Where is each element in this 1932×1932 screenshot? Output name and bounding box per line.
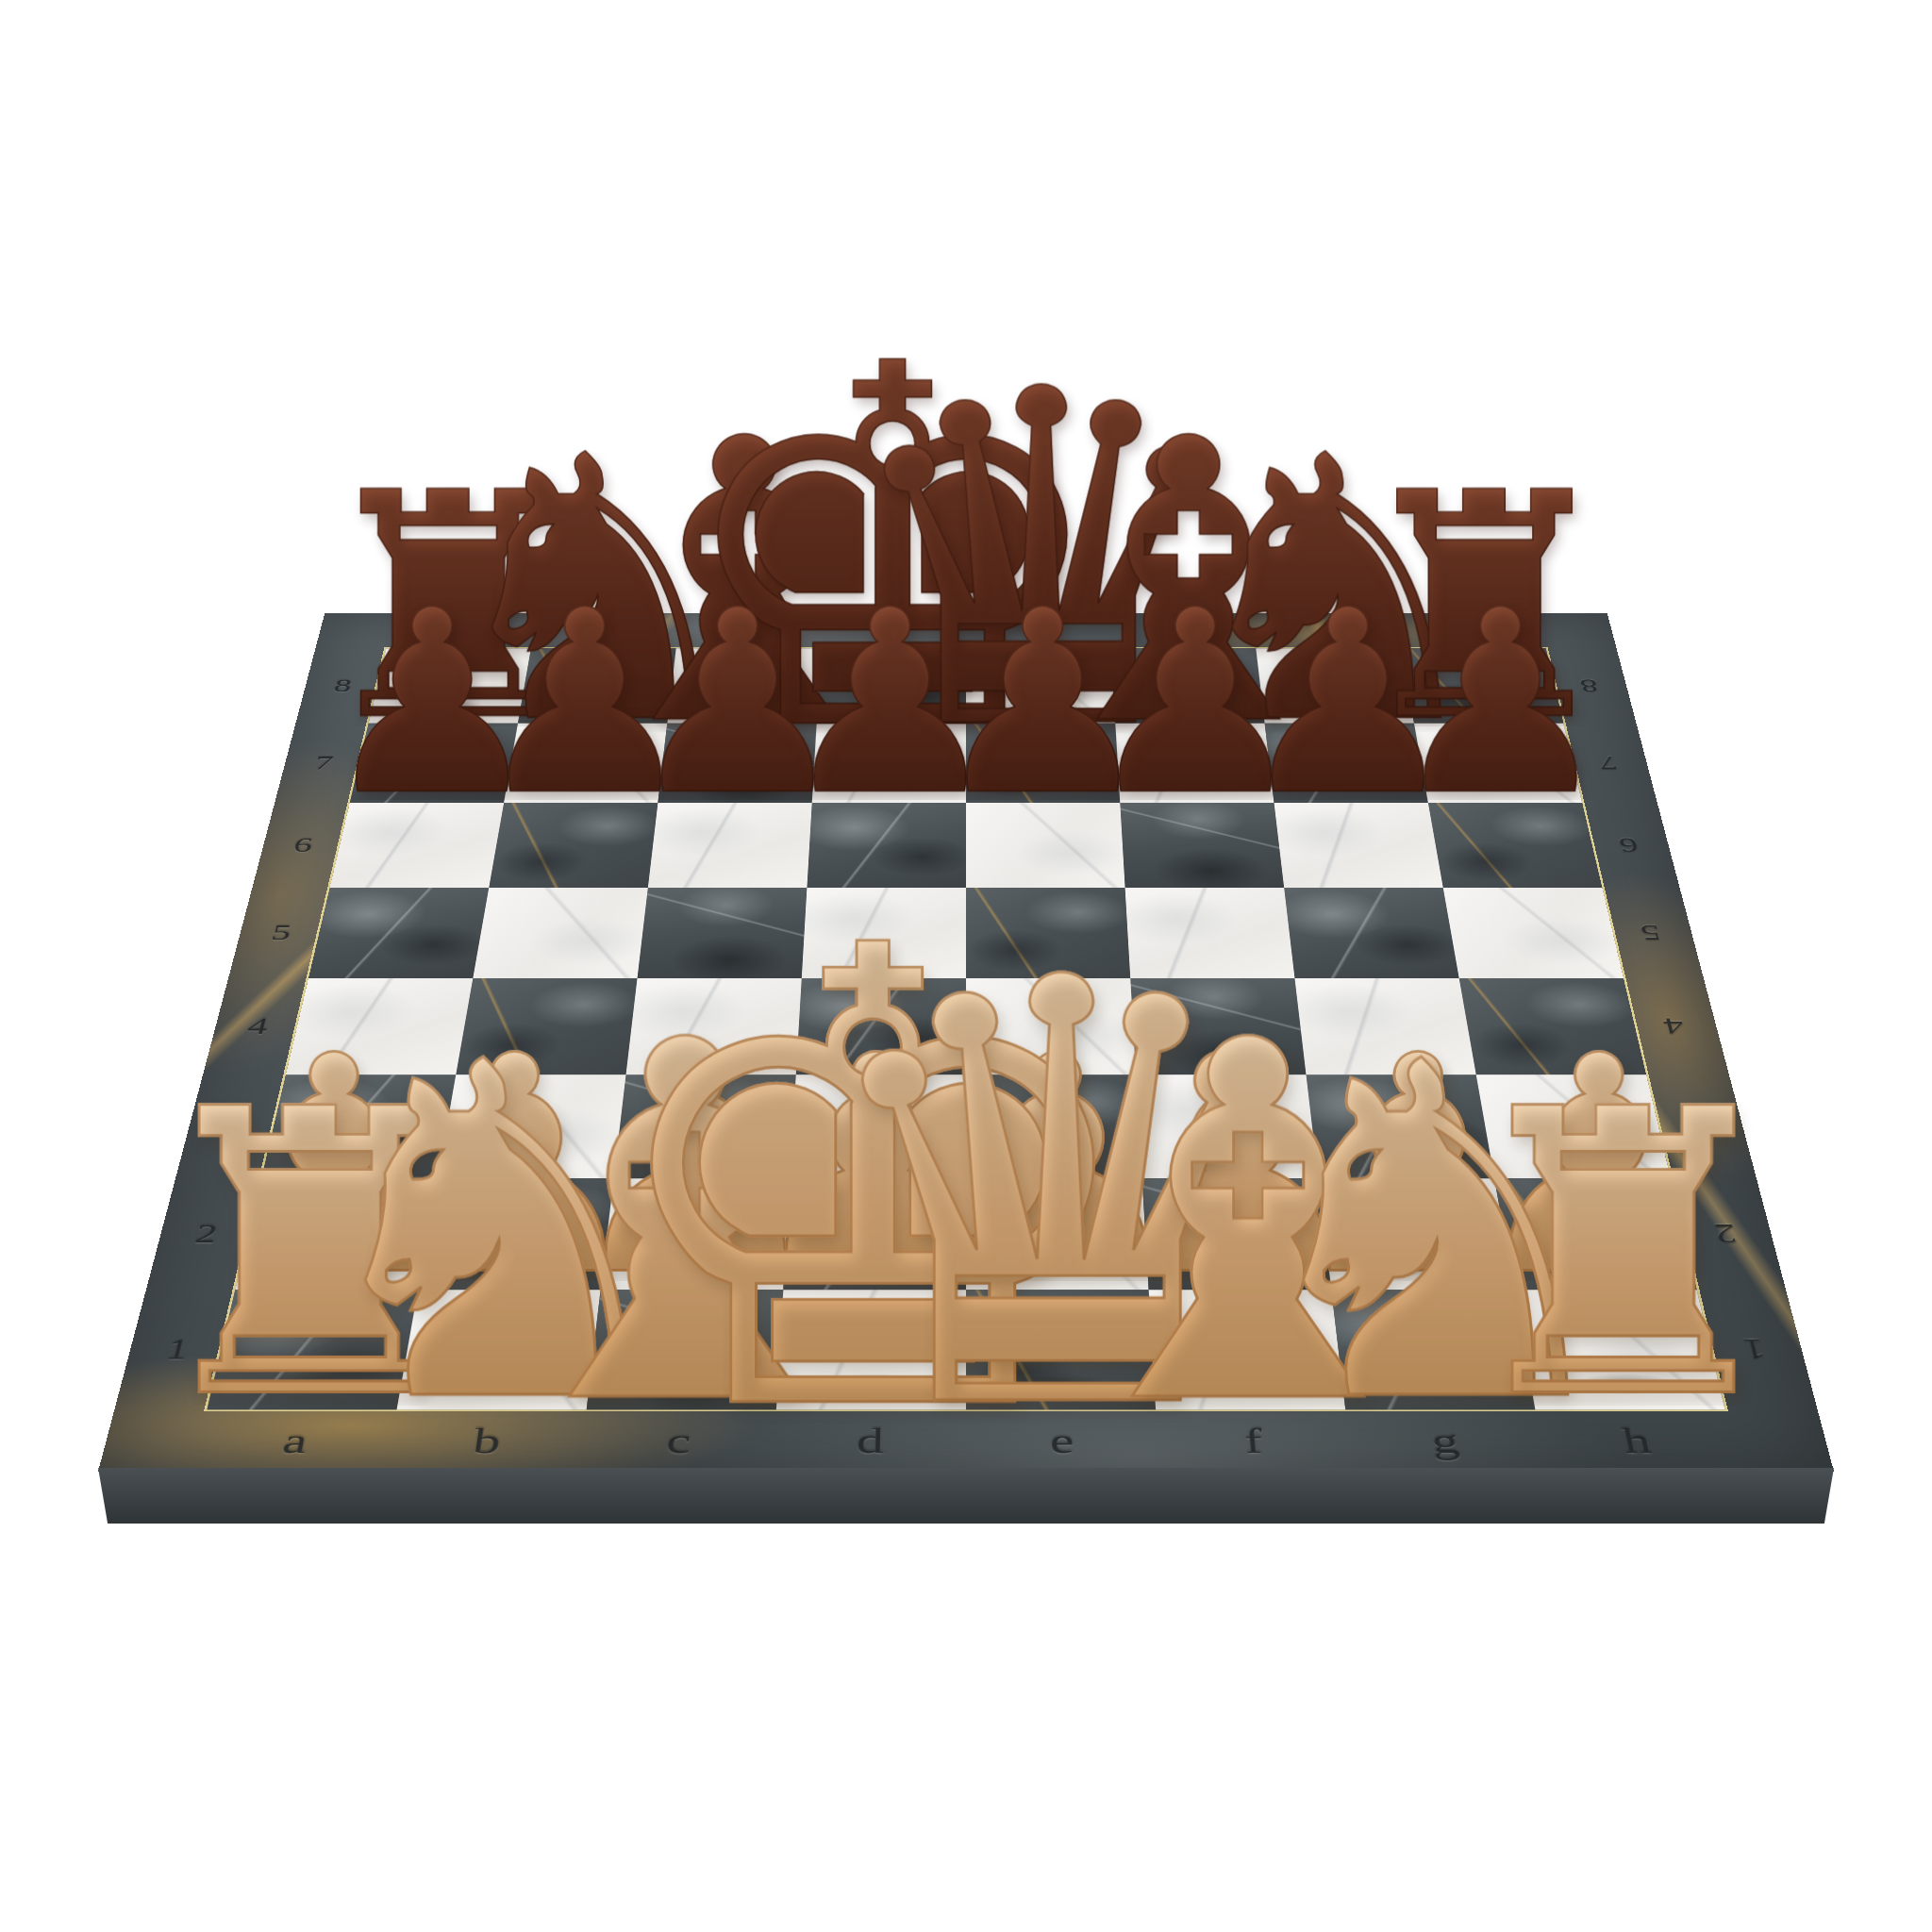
playfield: ♜♞♝♚♛♝♞♜♟♟♟♟♟♟♟♟♟♟♟♟♟♟♟♟♜♞♝♚♛♝♞♜: [204, 647, 1728, 1411]
file-label-a: a: [279, 1420, 312, 1461]
piece-shadow: [613, 1369, 754, 1399]
piece-shadow: [991, 1369, 1130, 1399]
piece-shadow: [372, 775, 488, 795]
rank-label-right-5: 5: [1638, 920, 1662, 944]
piece-shadow: [833, 775, 945, 795]
piece-shadow: [1366, 1369, 1508, 1399]
piece-shadow: [1554, 1369, 1698, 1399]
board-frame: ♜♞♝♚♛♝♞♜♟♟♟♟♟♟♟♟♟♟♟♟♟♟♟♟♜♞♝♚♛♝♞♜ abcdefg…: [98, 613, 1834, 1472]
file-label-c: c: [665, 1420, 692, 1461]
square-h1[interactable]: ♜: [1514, 1290, 1725, 1409]
white-rook-h1[interactable]: ♜: [1446, 1058, 1799, 1374]
piece-shadow: [1178, 1369, 1319, 1399]
file-label-f: f: [1242, 1420, 1264, 1461]
square-h6[interactable]: [1428, 803, 1602, 888]
file-label-d: d: [856, 1420, 884, 1461]
square-a6[interactable]: [330, 803, 504, 888]
piece-shadow: [987, 775, 1099, 795]
rank-label-left-5: 5: [269, 920, 293, 944]
file-label-h: h: [1619, 1420, 1655, 1461]
file-label-b: b: [471, 1420, 504, 1461]
file-label-e: e: [1049, 1420, 1074, 1461]
chessboard: ♜♞♝♚♛♝♞♜♟♟♟♟♟♟♟♟♟♟♟♟♟♟♟♟♜♞♝♚♛♝♞♜ abcdefg…: [98, 613, 1834, 1472]
board-grid: ♜♞♝♚♛♝♞♜♟♟♟♟♟♟♟♟♟♟♟♟♟♟♟♟♜♞♝♚♛♝♞♜: [207, 648, 1724, 1409]
photo-canvas: ♜♞♝♚♛♝♞♜♟♟♟♟♟♟♟♟♟♟♟♟♟♟♟♟♜♞♝♚♛♝♞♜ abcdefg…: [0, 0, 1932, 1932]
piece-shadow: [1291, 775, 1407, 795]
piece-shadow: [1444, 775, 1560, 795]
rank-label-right-6: 6: [1617, 833, 1641, 856]
piece-shadow: [525, 775, 641, 795]
square-h7[interactable]: ♟: [1414, 724, 1582, 803]
piece-shadow: [679, 775, 793, 795]
piece-shadow: [424, 1369, 566, 1399]
piece-shadow: [802, 1369, 941, 1399]
board-scene: ♜♞♝♚♛♝♞♜♟♟♟♟♟♟♟♟♟♟♟♟♟♟♟♟♜♞♝♚♛♝♞♜ abcdefg…: [98, 0, 1834, 1472]
piece-shadow: [1139, 775, 1253, 795]
rank-label-left-6: 6: [291, 833, 315, 856]
file-label-g: g: [1428, 1420, 1461, 1461]
board-side-edge: [98, 1468, 1834, 1524]
piece-shadow: [235, 1369, 379, 1399]
